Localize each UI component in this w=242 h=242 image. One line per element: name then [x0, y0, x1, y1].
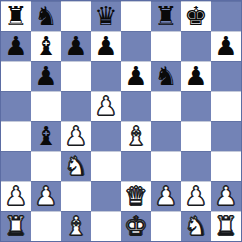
- square-b2[interactable]: ♟: [31, 181, 61, 211]
- black-rook[interactable]: ♜: [4, 1, 27, 31]
- square-e7[interactable]: [121, 31, 151, 61]
- square-b8[interactable]: ♞: [31, 1, 61, 31]
- black-pawn[interactable]: ♟: [34, 61, 57, 91]
- square-c8[interactable]: [61, 1, 91, 31]
- square-e3[interactable]: [121, 151, 151, 181]
- square-f7[interactable]: [151, 31, 181, 61]
- white-pawn[interactable]: ♟: [64, 121, 87, 151]
- square-c4[interactable]: ♟: [61, 121, 91, 151]
- square-b6[interactable]: ♟: [31, 61, 61, 91]
- square-b3[interactable]: [31, 151, 61, 181]
- black-knight[interactable]: ♞: [154, 61, 177, 91]
- square-f8[interactable]: ♜: [151, 1, 181, 31]
- square-a8[interactable]: ♜: [1, 1, 31, 31]
- white-rook[interactable]: ♜: [214, 211, 237, 241]
- square-a3[interactable]: [1, 151, 31, 181]
- square-c6[interactable]: [61, 61, 91, 91]
- white-pawn[interactable]: ♟: [94, 91, 117, 121]
- square-g5[interactable]: [181, 91, 211, 121]
- square-c2[interactable]: [61, 181, 91, 211]
- square-g3[interactable]: [181, 151, 211, 181]
- square-a2[interactable]: ♟: [1, 181, 31, 211]
- square-f5[interactable]: [151, 91, 181, 121]
- black-pawn[interactable]: ♟: [94, 31, 117, 61]
- square-f4[interactable]: [151, 121, 181, 151]
- square-h5[interactable]: [211, 91, 241, 121]
- square-a1[interactable]: ♜: [1, 211, 31, 241]
- white-knight[interactable]: ♞: [64, 151, 87, 181]
- white-bishop[interactable]: ♝: [64, 211, 87, 241]
- square-f2[interactable]: ♟: [151, 181, 181, 211]
- black-rook[interactable]: ♜: [154, 1, 177, 31]
- white-bishop[interactable]: ♝: [124, 121, 147, 151]
- square-h4[interactable]: [211, 121, 241, 151]
- square-h1[interactable]: ♜: [211, 211, 241, 241]
- square-d6[interactable]: [91, 61, 121, 91]
- white-pawn[interactable]: ♟: [34, 181, 57, 211]
- square-f3[interactable]: [151, 151, 181, 181]
- square-e8[interactable]: [121, 1, 151, 31]
- square-e5[interactable]: [121, 91, 151, 121]
- black-pawn[interactable]: ♟: [184, 61, 207, 91]
- square-f1[interactable]: [151, 211, 181, 241]
- square-d8[interactable]: ♛: [91, 1, 121, 31]
- white-knight[interactable]: ♞: [184, 211, 207, 241]
- square-d5[interactable]: ♟: [91, 91, 121, 121]
- square-f6[interactable]: ♞: [151, 61, 181, 91]
- white-pawn[interactable]: ♟: [4, 181, 27, 211]
- square-c3[interactable]: ♞: [61, 151, 91, 181]
- white-queen[interactable]: ♛: [124, 181, 147, 211]
- square-e4[interactable]: ♝: [121, 121, 151, 151]
- square-a6[interactable]: [1, 61, 31, 91]
- square-h6[interactable]: [211, 61, 241, 91]
- black-bishop[interactable]: ♝: [34, 121, 57, 151]
- square-b4[interactable]: ♝: [31, 121, 61, 151]
- square-b5[interactable]: [31, 91, 61, 121]
- square-d7[interactable]: ♟: [91, 31, 121, 61]
- black-pawn[interactable]: ♟: [4, 31, 27, 61]
- square-a5[interactable]: [1, 91, 31, 121]
- black-king[interactable]: ♚: [184, 1, 207, 31]
- white-pawn[interactable]: ♟: [154, 181, 177, 211]
- square-g2[interactable]: ♟: [181, 181, 211, 211]
- white-king[interactable]: ♚: [124, 211, 147, 241]
- square-e6[interactable]: ♟: [121, 61, 151, 91]
- square-e1[interactable]: ♚: [121, 211, 151, 241]
- square-h7[interactable]: ♟: [211, 31, 241, 61]
- white-rook[interactable]: ♜: [4, 211, 27, 241]
- square-d1[interactable]: [91, 211, 121, 241]
- square-h8[interactable]: [211, 1, 241, 31]
- square-e2[interactable]: ♛: [121, 181, 151, 211]
- square-g7[interactable]: [181, 31, 211, 61]
- square-d3[interactable]: [91, 151, 121, 181]
- square-b1[interactable]: [31, 211, 61, 241]
- square-g4[interactable]: [181, 121, 211, 151]
- square-a4[interactable]: [1, 121, 31, 151]
- white-pawn[interactable]: ♟: [184, 181, 207, 211]
- black-knight[interactable]: ♞: [34, 1, 57, 31]
- chess-board: ♜♞♛♜♚♟♝♟♟♟♟♟♞♟♟♝♟♝♞♟♟♛♟♟♟♜♝♚♞♜: [0, 0, 242, 242]
- black-pawn[interactable]: ♟: [214, 31, 237, 61]
- square-h2[interactable]: ♟: [211, 181, 241, 211]
- square-d2[interactable]: [91, 181, 121, 211]
- square-g1[interactable]: ♞: [181, 211, 211, 241]
- square-c5[interactable]: [61, 91, 91, 121]
- square-a7[interactable]: ♟: [1, 31, 31, 61]
- square-g8[interactable]: ♚: [181, 1, 211, 31]
- black-queen[interactable]: ♛: [94, 1, 117, 31]
- white-pawn[interactable]: ♟: [214, 181, 237, 211]
- black-pawn[interactable]: ♟: [64, 31, 87, 61]
- square-c7[interactable]: ♟: [61, 31, 91, 61]
- square-g6[interactable]: ♟: [181, 61, 211, 91]
- square-c1[interactable]: ♝: [61, 211, 91, 241]
- square-b7[interactable]: ♝: [31, 31, 61, 61]
- black-bishop[interactable]: ♝: [34, 31, 57, 61]
- square-d4[interactable]: [91, 121, 121, 151]
- square-h3[interactable]: [211, 151, 241, 181]
- black-pawn[interactable]: ♟: [124, 61, 147, 91]
